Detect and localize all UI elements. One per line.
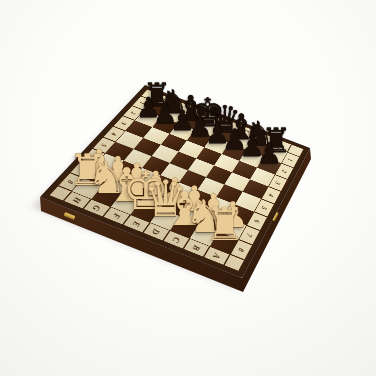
piece-black-pawn-a7[interactable]: ♟ [255, 140, 284, 169]
piece-white-rook-a1[interactable]: ♜ [202, 202, 248, 247]
product-photo: HGFEDCBA1122334455667788HGFEDCBA ♜♞♝♛♚♝♞… [0, 0, 376, 376]
